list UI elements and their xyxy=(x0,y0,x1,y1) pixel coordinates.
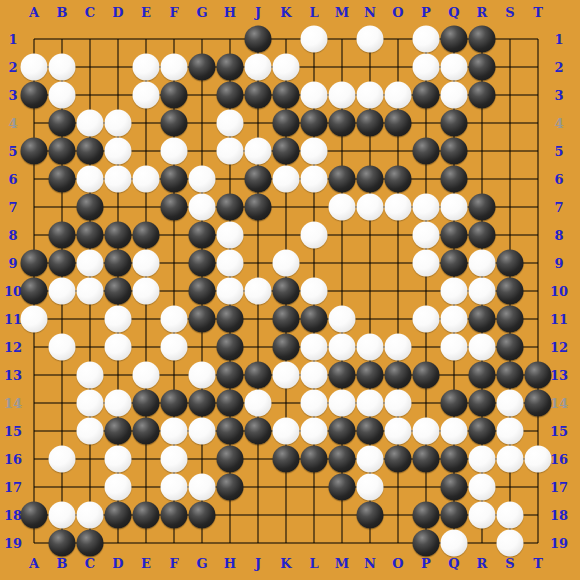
black-stone xyxy=(49,250,76,277)
white-stone xyxy=(357,194,384,221)
black-stone xyxy=(441,26,468,53)
white-stone xyxy=(105,446,132,473)
white-stone xyxy=(77,250,104,277)
column-label-top: B xyxy=(57,5,68,20)
black-stone xyxy=(357,362,384,389)
white-stone xyxy=(385,418,412,445)
white-stone xyxy=(161,418,188,445)
black-stone xyxy=(413,82,440,109)
column-label-bottom: Q xyxy=(448,556,459,571)
white-stone xyxy=(441,530,468,557)
white-stone xyxy=(497,502,524,529)
white-stone xyxy=(21,306,48,333)
column-label-top: N xyxy=(364,5,376,20)
black-stone xyxy=(189,222,216,249)
white-stone xyxy=(301,390,328,417)
white-stone xyxy=(497,390,524,417)
white-stone xyxy=(77,166,104,193)
column-label-bottom: L xyxy=(309,556,318,571)
black-stone xyxy=(273,446,300,473)
white-stone xyxy=(329,194,356,221)
black-stone xyxy=(21,278,48,305)
row-label-right: 2 xyxy=(554,60,563,75)
white-stone xyxy=(441,418,468,445)
column-label-top: D xyxy=(112,5,123,20)
white-stone xyxy=(133,54,160,81)
row-label-right: 12 xyxy=(550,340,568,355)
column-label-top: O xyxy=(392,5,403,20)
column-label-top: K xyxy=(280,5,291,20)
black-stone xyxy=(413,138,440,165)
black-stone xyxy=(189,390,216,417)
column-label-top: J xyxy=(255,5,261,20)
white-stone xyxy=(329,390,356,417)
white-stone xyxy=(133,82,160,109)
row-label-right: 16 xyxy=(550,452,568,467)
black-stone xyxy=(329,362,356,389)
black-stone xyxy=(497,250,524,277)
black-stone xyxy=(469,418,496,445)
black-stone xyxy=(189,250,216,277)
black-stone xyxy=(21,502,48,529)
black-stone xyxy=(161,390,188,417)
row-label-left: 17 xyxy=(4,480,22,495)
white-stone xyxy=(77,502,104,529)
black-stone xyxy=(329,446,356,473)
row-label-left: 8 xyxy=(8,228,17,243)
row-label-right: 9 xyxy=(554,256,563,271)
black-stone xyxy=(217,418,244,445)
black-stone xyxy=(245,82,272,109)
black-stone xyxy=(301,110,328,137)
black-stone xyxy=(217,390,244,417)
white-stone xyxy=(133,250,160,277)
black-stone xyxy=(469,194,496,221)
row-label-right: 6 xyxy=(554,172,563,187)
black-stone xyxy=(357,418,384,445)
black-stone xyxy=(469,362,496,389)
row-label-right: 4 xyxy=(554,116,563,131)
black-stone xyxy=(273,110,300,137)
row-label-right: 18 xyxy=(550,508,568,523)
black-stone xyxy=(525,362,552,389)
black-stone xyxy=(469,54,496,81)
black-stone xyxy=(441,502,468,529)
row-label-left: 6 xyxy=(8,172,17,187)
row-label-right: 13 xyxy=(550,368,568,383)
white-stone xyxy=(469,474,496,501)
white-stone xyxy=(217,138,244,165)
black-stone xyxy=(329,474,356,501)
white-stone xyxy=(413,26,440,53)
white-stone xyxy=(189,418,216,445)
white-stone xyxy=(245,138,272,165)
white-stone xyxy=(105,306,132,333)
white-stone xyxy=(245,390,272,417)
white-stone xyxy=(441,334,468,361)
black-stone xyxy=(273,334,300,361)
black-stone xyxy=(161,110,188,137)
black-stone xyxy=(161,166,188,193)
white-stone xyxy=(49,334,76,361)
black-stone xyxy=(217,362,244,389)
white-stone xyxy=(105,390,132,417)
white-stone xyxy=(497,530,524,557)
black-stone xyxy=(217,474,244,501)
white-stone xyxy=(273,362,300,389)
black-stone xyxy=(217,446,244,473)
column-label-bottom: H xyxy=(224,556,236,571)
black-stone xyxy=(133,222,160,249)
black-stone xyxy=(189,54,216,81)
black-stone xyxy=(469,306,496,333)
row-label-right: 14 xyxy=(550,396,568,411)
black-stone xyxy=(497,334,524,361)
column-label-top: Q xyxy=(448,5,459,20)
white-stone xyxy=(301,166,328,193)
black-stone xyxy=(385,166,412,193)
white-stone xyxy=(301,278,328,305)
black-stone xyxy=(77,530,104,557)
black-stone xyxy=(301,446,328,473)
white-stone xyxy=(301,418,328,445)
white-stone xyxy=(273,54,300,81)
white-stone xyxy=(329,82,356,109)
white-stone xyxy=(441,278,468,305)
white-stone xyxy=(49,54,76,81)
column-label-bottom: C xyxy=(85,556,95,571)
white-stone xyxy=(273,166,300,193)
white-stone xyxy=(189,362,216,389)
black-stone xyxy=(441,138,468,165)
white-stone xyxy=(497,446,524,473)
white-stone xyxy=(105,110,132,137)
black-stone xyxy=(217,194,244,221)
column-label-bottom: F xyxy=(169,556,178,571)
black-stone xyxy=(189,502,216,529)
white-stone xyxy=(413,222,440,249)
white-stone xyxy=(357,26,384,53)
row-label-left: 9 xyxy=(8,256,17,271)
row-label-right: 10 xyxy=(550,284,568,299)
row-label-left: 3 xyxy=(8,88,17,103)
white-stone xyxy=(217,110,244,137)
column-label-top: F xyxy=(169,5,178,20)
black-stone xyxy=(105,502,132,529)
black-stone xyxy=(413,502,440,529)
black-stone xyxy=(329,166,356,193)
black-stone xyxy=(217,82,244,109)
white-stone xyxy=(217,278,244,305)
column-label-top: A xyxy=(29,5,39,20)
row-label-right: 15 xyxy=(550,424,568,439)
black-stone xyxy=(245,166,272,193)
row-label-left: 1 xyxy=(8,32,17,47)
row-label-right: 8 xyxy=(554,228,563,243)
column-label-bottom: G xyxy=(196,556,207,571)
white-stone xyxy=(301,334,328,361)
white-stone xyxy=(469,250,496,277)
black-stone xyxy=(273,306,300,333)
row-label-left: 19 xyxy=(4,536,22,551)
black-stone xyxy=(497,362,524,389)
row-label-left: 14 xyxy=(4,396,22,411)
row-label-right: 19 xyxy=(550,536,568,551)
black-stone xyxy=(105,418,132,445)
column-label-top: M xyxy=(335,5,349,20)
black-stone xyxy=(189,278,216,305)
column-label-bottom: B xyxy=(57,556,68,571)
black-stone xyxy=(49,166,76,193)
column-label-bottom: O xyxy=(392,556,403,571)
black-stone xyxy=(525,390,552,417)
white-stone xyxy=(357,82,384,109)
white-stone xyxy=(105,334,132,361)
white-stone xyxy=(441,82,468,109)
white-stone xyxy=(357,474,384,501)
black-stone xyxy=(441,446,468,473)
white-stone xyxy=(105,166,132,193)
white-stone xyxy=(385,334,412,361)
black-stone xyxy=(385,110,412,137)
white-stone xyxy=(189,474,216,501)
white-stone xyxy=(497,418,524,445)
white-stone xyxy=(329,306,356,333)
white-stone xyxy=(413,194,440,221)
white-stone xyxy=(469,278,496,305)
row-label-left: 4 xyxy=(8,116,17,131)
white-stone xyxy=(273,250,300,277)
column-label-bottom: D xyxy=(112,556,123,571)
white-stone xyxy=(189,166,216,193)
row-label-right: 5 xyxy=(554,144,563,159)
black-stone xyxy=(245,26,272,53)
column-label-bottom: P xyxy=(421,556,431,571)
white-stone xyxy=(525,446,552,473)
white-stone xyxy=(413,54,440,81)
white-stone xyxy=(49,82,76,109)
white-stone xyxy=(413,306,440,333)
row-label-right: 7 xyxy=(554,200,563,215)
white-stone xyxy=(49,278,76,305)
white-stone xyxy=(385,194,412,221)
column-label-top: E xyxy=(141,5,151,20)
white-stone xyxy=(77,110,104,137)
black-stone xyxy=(49,530,76,557)
white-stone xyxy=(385,82,412,109)
black-stone xyxy=(133,502,160,529)
white-stone xyxy=(441,306,468,333)
white-stone xyxy=(21,54,48,81)
white-stone xyxy=(105,138,132,165)
white-stone xyxy=(273,418,300,445)
white-stone xyxy=(301,138,328,165)
white-stone xyxy=(301,222,328,249)
column-label-bottom: N xyxy=(364,556,376,571)
black-stone xyxy=(245,418,272,445)
column-label-top: T xyxy=(533,5,543,20)
white-stone xyxy=(329,334,356,361)
row-label-left: 2 xyxy=(8,60,17,75)
white-stone xyxy=(133,278,160,305)
white-stone xyxy=(245,278,272,305)
row-label-left: 13 xyxy=(4,368,22,383)
column-label-bottom: A xyxy=(29,556,39,571)
column-label-top: H xyxy=(224,5,236,20)
black-stone xyxy=(357,166,384,193)
white-stone xyxy=(357,334,384,361)
black-stone xyxy=(413,530,440,557)
row-label-right: 3 xyxy=(554,88,563,103)
black-stone xyxy=(497,306,524,333)
black-stone xyxy=(441,390,468,417)
black-stone xyxy=(329,110,356,137)
column-label-bottom: M xyxy=(335,556,349,571)
black-stone xyxy=(497,278,524,305)
black-stone xyxy=(469,26,496,53)
white-stone xyxy=(133,362,160,389)
black-stone xyxy=(385,362,412,389)
black-stone xyxy=(245,194,272,221)
white-stone xyxy=(161,138,188,165)
black-stone xyxy=(161,82,188,109)
white-stone xyxy=(161,474,188,501)
black-stone xyxy=(273,278,300,305)
black-stone xyxy=(21,82,48,109)
black-stone xyxy=(357,502,384,529)
black-stone xyxy=(469,222,496,249)
black-stone xyxy=(441,110,468,137)
black-stone xyxy=(441,250,468,277)
white-stone xyxy=(301,82,328,109)
black-stone xyxy=(329,418,356,445)
black-stone xyxy=(105,278,132,305)
column-label-bottom: S xyxy=(505,556,514,571)
black-stone xyxy=(77,138,104,165)
black-stone xyxy=(105,250,132,277)
black-stone xyxy=(105,222,132,249)
white-stone xyxy=(413,418,440,445)
black-stone xyxy=(385,446,412,473)
row-label-left: 5 xyxy=(8,144,17,159)
black-stone xyxy=(77,222,104,249)
row-label-right: 11 xyxy=(550,312,568,327)
white-stone xyxy=(77,278,104,305)
black-stone xyxy=(413,362,440,389)
black-stone xyxy=(469,82,496,109)
black-stone xyxy=(441,474,468,501)
white-stone xyxy=(77,362,104,389)
white-stone xyxy=(357,390,384,417)
black-stone xyxy=(357,110,384,137)
black-stone xyxy=(49,138,76,165)
black-stone xyxy=(133,418,160,445)
black-stone xyxy=(245,362,272,389)
black-stone xyxy=(21,138,48,165)
white-stone xyxy=(301,26,328,53)
white-stone xyxy=(217,250,244,277)
black-stone xyxy=(413,446,440,473)
white-stone xyxy=(189,194,216,221)
white-stone xyxy=(441,194,468,221)
column-label-bottom: J xyxy=(255,556,261,571)
row-label-right: 17 xyxy=(550,480,568,495)
black-stone xyxy=(161,502,188,529)
black-stone xyxy=(133,390,160,417)
column-label-bottom: K xyxy=(280,556,291,571)
column-label-top: C xyxy=(85,5,95,20)
white-stone xyxy=(245,54,272,81)
white-stone xyxy=(469,502,496,529)
black-stone xyxy=(469,390,496,417)
white-stone xyxy=(77,418,104,445)
white-stone xyxy=(77,390,104,417)
column-label-top: R xyxy=(477,5,488,20)
white-stone xyxy=(469,446,496,473)
black-stone xyxy=(273,138,300,165)
black-stone xyxy=(49,110,76,137)
row-label-left: 18 xyxy=(4,508,22,523)
black-stone xyxy=(217,54,244,81)
black-stone xyxy=(217,334,244,361)
go-board[interactable]: AABBCCDDEEFFGGHHJJKKLLMMNNOOPPQQRRSSTT11… xyxy=(0,0,580,580)
black-stone xyxy=(77,194,104,221)
row-label-left: 15 xyxy=(4,424,22,439)
white-stone xyxy=(357,446,384,473)
white-stone xyxy=(161,54,188,81)
black-stone xyxy=(441,222,468,249)
black-stone xyxy=(217,306,244,333)
white-stone xyxy=(49,446,76,473)
white-stone xyxy=(385,390,412,417)
black-stone xyxy=(273,82,300,109)
white-stone xyxy=(161,446,188,473)
white-stone xyxy=(469,334,496,361)
column-label-bottom: R xyxy=(477,556,488,571)
black-stone xyxy=(161,194,188,221)
column-label-bottom: T xyxy=(533,556,543,571)
black-stone xyxy=(49,222,76,249)
row-label-left: 7 xyxy=(8,200,17,215)
row-label-left: 16 xyxy=(4,452,22,467)
row-label-left: 12 xyxy=(4,340,22,355)
white-stone xyxy=(413,250,440,277)
white-stone xyxy=(301,362,328,389)
column-label-top: G xyxy=(196,5,207,20)
black-stone xyxy=(441,166,468,193)
white-stone xyxy=(49,502,76,529)
black-stone xyxy=(21,250,48,277)
white-stone xyxy=(105,474,132,501)
white-stone xyxy=(161,306,188,333)
white-stone xyxy=(441,54,468,81)
column-label-top: S xyxy=(505,5,514,20)
column-label-bottom: E xyxy=(141,556,151,571)
white-stone xyxy=(161,334,188,361)
row-label-left: 11 xyxy=(4,312,22,327)
white-stone xyxy=(133,166,160,193)
white-stone xyxy=(217,222,244,249)
black-stone xyxy=(189,306,216,333)
column-label-top: L xyxy=(309,5,318,20)
black-stone xyxy=(301,306,328,333)
row-label-left: 10 xyxy=(4,284,22,299)
column-label-top: P xyxy=(421,5,431,20)
row-label-right: 1 xyxy=(554,32,563,47)
